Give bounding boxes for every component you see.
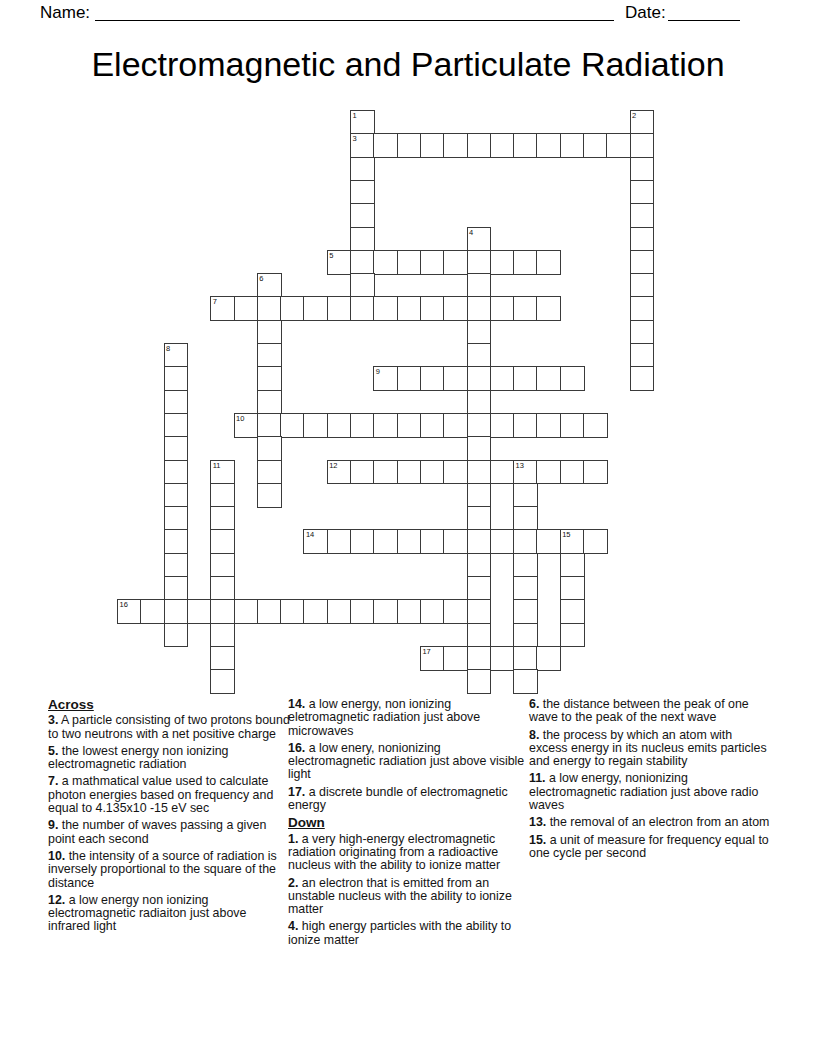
grid-cell[interactable] [164, 390, 189, 415]
grid-cell[interactable] [630, 343, 655, 368]
clue-label: 3. [48, 713, 58, 727]
grid-cell[interactable] [210, 646, 235, 671]
grid-cell[interactable] [397, 599, 422, 624]
grid-cell[interactable] [513, 413, 538, 438]
clue-label: 4. [288, 919, 298, 933]
grid-cell[interactable] [350, 460, 375, 485]
grid-cell[interactable] [536, 413, 561, 438]
clue-label: 15. [529, 833, 546, 847]
grid-cell[interactable]: 17 [420, 646, 445, 671]
clue-down-15: 15. a unit of measure for frequency equa… [529, 834, 771, 861]
grid-cell[interactable]: 14 [303, 529, 328, 554]
grid-cell[interactable] [373, 460, 398, 485]
grid-cell[interactable] [536, 366, 561, 391]
grid-cell[interactable] [536, 529, 561, 554]
clue-down-6: 6. the distance between the peak of one … [529, 698, 771, 725]
grid-cell[interactable] [560, 623, 585, 648]
grid-cell[interactable] [443, 133, 468, 158]
clue-label: 1. [288, 832, 298, 846]
grid-cell[interactable] [210, 506, 235, 531]
grid-cell[interactable] [490, 529, 515, 554]
clue-across-12: 12. a low energy non ionizing electromag… [48, 894, 290, 934]
grid-cell[interactable] [164, 623, 189, 648]
grid-cell[interactable] [420, 529, 445, 554]
grid-cell[interactable]: 1 [350, 110, 375, 135]
grid-cell[interactable] [467, 529, 492, 554]
grid-cell[interactable] [467, 320, 492, 345]
clue-across-7: 7. a mathmatical value used to calculate… [48, 775, 290, 815]
grid-cell[interactable] [420, 296, 445, 321]
date-label: Date: [625, 3, 666, 23]
grid-cell[interactable] [467, 483, 492, 508]
grid-cell[interactable] [443, 250, 468, 275]
clue-number: 17 [422, 647, 430, 656]
grid-cell[interactable] [560, 413, 585, 438]
grid-cell[interactable] [257, 436, 282, 461]
grid-cell[interactable] [630, 273, 655, 298]
clue-across-17: 17. a discrete bundle of electromagnetic… [288, 786, 530, 813]
across-header: Across [48, 698, 290, 711]
clue-across-3: 3. A particle consisting of two protons … [48, 714, 290, 741]
clue-label: 5. [48, 744, 58, 758]
grid-cell[interactable] [467, 343, 492, 368]
clue-number: 4 [469, 228, 473, 237]
grid-cell[interactable] [630, 180, 655, 205]
grid-cell[interactable] [513, 250, 538, 275]
grid-cell[interactable] [513, 553, 538, 578]
grid-cell[interactable] [443, 296, 468, 321]
grid-cell[interactable] [164, 460, 189, 485]
grid-cell[interactable] [350, 529, 375, 554]
clue-across-9: 9. the number of waves passing a given p… [48, 819, 290, 846]
grid-cell[interactable] [257, 460, 282, 485]
grid-cell[interactable]: 7 [210, 296, 235, 321]
grid-cell[interactable] [467, 366, 492, 391]
grid-cell[interactable] [327, 413, 352, 438]
down-header: Down [288, 816, 530, 829]
grid-cell[interactable] [583, 460, 608, 485]
grid-cell[interactable] [513, 506, 538, 531]
grid-cell[interactable] [373, 250, 398, 275]
clue-number: 5 [329, 251, 333, 260]
date-blank-line [668, 4, 740, 21]
grid-cell[interactable] [373, 413, 398, 438]
clue-across-5: 5. the lowest energy non ionizing electr… [48, 745, 290, 772]
clue-number: 12 [329, 461, 337, 470]
grid-cell[interactable] [187, 599, 212, 624]
grid-cell[interactable] [327, 296, 352, 321]
grid-cell[interactable] [467, 390, 492, 415]
grid-cell[interactable] [467, 133, 492, 158]
clue-number: 1 [353, 111, 357, 120]
grid-cell[interactable]: 11 [210, 460, 235, 485]
clue-down-8: 8. the process by which an atom with exc… [529, 729, 771, 769]
grid-cell[interactable] [467, 646, 492, 671]
clue-number: 16 [120, 600, 128, 609]
grid-cell[interactable] [303, 296, 328, 321]
grid-cell[interactable] [164, 599, 189, 624]
clue-number: 14 [306, 530, 314, 539]
grid-cell[interactable] [373, 599, 398, 624]
clue-label: 17. [288, 785, 305, 799]
grid-cell[interactable] [420, 250, 445, 275]
grid-cell[interactable] [257, 343, 282, 368]
clue-down-2: 2. an electron that is emitted from an u… [288, 877, 530, 917]
grid-cell[interactable] [467, 436, 492, 461]
grid-cell[interactable] [443, 646, 468, 671]
grid-cell[interactable] [420, 133, 445, 158]
clue-down-11: 11. a low energy, nonionizing electromag… [529, 772, 771, 812]
grid-cell[interactable] [630, 203, 655, 228]
grid-cell[interactable] [513, 669, 538, 694]
grid-cell[interactable] [257, 413, 282, 438]
clue-column-3: 6. the distance between the peak of one … [529, 698, 771, 864]
clue-number: 10 [236, 414, 244, 423]
grid-cell[interactable] [467, 296, 492, 321]
grid-cell[interactable] [280, 413, 305, 438]
grid-cell[interactable] [234, 599, 259, 624]
grid-cell[interactable] [140, 599, 165, 624]
grid-cell[interactable]: 4 [467, 227, 492, 252]
grid-cell[interactable] [350, 413, 375, 438]
grid-cell[interactable] [257, 366, 282, 391]
grid-cell[interactable] [164, 366, 189, 391]
grid-cell[interactable]: 10 [234, 413, 259, 438]
clue-label: 8. [529, 728, 539, 742]
grid-cell[interactable] [513, 623, 538, 648]
grid-cell[interactable] [467, 669, 492, 694]
grid-cell[interactable] [583, 133, 608, 158]
clue-label: 7. [48, 774, 58, 788]
grid-cell[interactable] [373, 296, 398, 321]
grid-cell[interactable] [210, 553, 235, 578]
grid-cell[interactable] [257, 599, 282, 624]
clue-column-1: Across3. A particle consisting of two pr… [48, 698, 290, 938]
grid-cell[interactable] [420, 599, 445, 624]
grid-cell[interactable] [234, 296, 259, 321]
grid-cell[interactable] [397, 529, 422, 554]
grid-cell[interactable] [443, 366, 468, 391]
grid-cell[interactable] [443, 529, 468, 554]
grid-cell[interactable] [420, 366, 445, 391]
grid-cell[interactable] [560, 576, 585, 601]
grid-cell[interactable] [560, 553, 585, 578]
grid-cell[interactable]: 16 [117, 599, 142, 624]
clue-label: 12. [48, 893, 65, 907]
grid-cell[interactable] [443, 413, 468, 438]
grid-cell[interactable] [583, 413, 608, 438]
grid-cell[interactable] [397, 460, 422, 485]
grid-cell[interactable] [560, 599, 585, 624]
grid-cell[interactable] [350, 180, 375, 205]
grid-cell[interactable] [164, 576, 189, 601]
grid-cell[interactable]: 8 [164, 343, 189, 368]
grid-cell[interactable] [606, 133, 631, 158]
clue-number: 3 [353, 134, 357, 143]
grid-cell[interactable] [164, 553, 189, 578]
grid-cell[interactable] [350, 203, 375, 228]
grid-cell[interactable] [420, 460, 445, 485]
clue-label: 6. [529, 697, 539, 711]
clue-column-2: 14. a low energy, non ionizing eletromag… [288, 698, 530, 951]
clue-number: 11 [213, 461, 221, 470]
grid-cell[interactable] [327, 599, 352, 624]
grid-cell[interactable] [490, 296, 515, 321]
grid-cell[interactable] [630, 227, 655, 252]
grid-cell[interactable] [280, 296, 305, 321]
grid-cell[interactable] [513, 483, 538, 508]
grid-cell[interactable]: 5 [327, 250, 352, 275]
grid-cell[interactable] [350, 157, 375, 182]
grid-cell[interactable] [327, 529, 352, 554]
grid-cell[interactable] [210, 669, 235, 694]
grid-cell[interactable] [443, 460, 468, 485]
clue-number: 6 [259, 274, 263, 283]
grid-cell[interactable] [164, 483, 189, 508]
grid-cell[interactable] [397, 413, 422, 438]
grid-cell[interactable] [397, 366, 422, 391]
grid-cell[interactable] [350, 599, 375, 624]
name-blank-line [95, 4, 614, 21]
grid-cell[interactable] [164, 436, 189, 461]
clue-across-10: 10. the intensity of a source of radiati… [48, 850, 290, 890]
grid-cell[interactable] [350, 273, 375, 298]
grid-cell[interactable]: 6 [257, 273, 282, 298]
clue-number: 15 [562, 530, 570, 539]
clue-label: 14. [288, 697, 305, 711]
grid-cell[interactable] [467, 599, 492, 624]
grid-cell[interactable]: 15 [560, 529, 585, 554]
grid-cell[interactable] [560, 366, 585, 391]
grid-cell[interactable] [513, 576, 538, 601]
clue-across-16: 16. a low enery, nonionizing electromagn… [288, 742, 530, 782]
grid-cell[interactable] [513, 366, 538, 391]
grid-cell[interactable] [490, 366, 515, 391]
grid-cell[interactable] [257, 390, 282, 415]
grid-cell[interactable] [373, 133, 398, 158]
grid-cell[interactable] [536, 296, 561, 321]
grid-cell[interactable] [467, 623, 492, 648]
clue-number: 2 [632, 111, 636, 120]
clue-label: 2. [288, 876, 298, 890]
clue-label: 13. [529, 815, 546, 829]
grid-cell[interactable] [210, 599, 235, 624]
clue-number: 8 [166, 344, 170, 353]
grid-cell[interactable] [280, 599, 305, 624]
grid-cell[interactable] [513, 646, 538, 671]
grid-cell[interactable] [467, 576, 492, 601]
clue-label: 16. [288, 741, 305, 755]
grid-cell[interactable] [583, 529, 608, 554]
grid-cell[interactable] [490, 460, 515, 485]
grid-cell[interactable] [467, 273, 492, 298]
grid-cell[interactable] [467, 553, 492, 578]
grid-cell[interactable] [630, 133, 655, 158]
clue-number: 9 [376, 367, 380, 376]
grid-cell[interactable] [164, 506, 189, 531]
grid-cell[interactable] [490, 133, 515, 158]
grid-cell[interactable] [350, 296, 375, 321]
grid-cell[interactable] [513, 296, 538, 321]
grid-cell[interactable] [257, 483, 282, 508]
grid-cell[interactable] [513, 599, 538, 624]
grid-cell[interactable] [536, 250, 561, 275]
grid-cell[interactable] [303, 599, 328, 624]
grid-cell[interactable] [210, 576, 235, 601]
grid-cell[interactable] [490, 250, 515, 275]
grid-cell[interactable] [164, 529, 189, 554]
grid-cell[interactable]: 12 [327, 460, 352, 485]
grid-cell[interactable] [467, 250, 492, 275]
grid-cell[interactable] [210, 483, 235, 508]
clue-label: 10. [48, 849, 65, 863]
grid-cell[interactable] [350, 250, 375, 275]
grid-cell[interactable] [420, 413, 445, 438]
grid-cell[interactable] [257, 320, 282, 345]
grid-cell[interactable] [397, 250, 422, 275]
grid-cell[interactable] [630, 157, 655, 182]
grid-cell[interactable]: 9 [373, 366, 398, 391]
crossword-grid: 1234567891011121314151617 [117, 110, 657, 696]
clue-label: 9. [48, 818, 58, 832]
grid-cell[interactable] [164, 413, 189, 438]
grid-cell[interactable] [536, 133, 561, 158]
grid-cell[interactable] [303, 413, 328, 438]
clue-down-1: 1. a very high-energy electromagnetic ra… [288, 833, 530, 873]
grid-cell[interactable] [257, 296, 282, 321]
grid-cell[interactable] [350, 227, 375, 252]
grid-cell[interactable] [467, 413, 492, 438]
clue-down-4: 4. high energy particles with the abilit… [288, 920, 530, 947]
name-label: Name: [40, 3, 90, 23]
grid-cell[interactable] [467, 460, 492, 485]
clue-down-13: 13. the removal of an electron from an a… [529, 816, 771, 829]
grid-cell[interactable] [397, 296, 422, 321]
grid-cell[interactable] [467, 506, 492, 531]
grid-cell[interactable] [513, 529, 538, 554]
grid-cell[interactable] [210, 529, 235, 554]
grid-cell[interactable]: 13 [513, 460, 538, 485]
clue-across-14: 14. a low energy, non ionizing eletromag… [288, 698, 530, 738]
grid-cell[interactable] [630, 366, 655, 391]
grid-cell[interactable] [210, 623, 235, 648]
grid-cell[interactable] [536, 646, 561, 671]
clue-number: 7 [213, 297, 217, 306]
grid-cell[interactable] [373, 529, 398, 554]
grid-cell[interactable] [513, 133, 538, 158]
worksheet-page: Name: Date: Electromagnetic and Particul… [0, 0, 816, 1056]
grid-cell[interactable]: 3 [350, 133, 375, 158]
grid-cell[interactable] [490, 413, 515, 438]
grid-cell[interactable] [560, 460, 585, 485]
grid-cell[interactable] [560, 133, 585, 158]
grid-cell[interactable] [536, 460, 561, 485]
clue-label: 11. [529, 771, 546, 785]
clue-number: 13 [516, 461, 524, 470]
grid-cell[interactable] [630, 250, 655, 275]
grid-cell[interactable]: 2 [630, 110, 655, 135]
grid-cell[interactable] [630, 320, 655, 345]
page-title: Electromagnetic and Particulate Radiatio… [0, 45, 816, 84]
grid-cell[interactable] [397, 133, 422, 158]
grid-cell[interactable] [630, 296, 655, 321]
grid-cell[interactable] [443, 599, 468, 624]
grid-cell[interactable] [490, 646, 515, 671]
